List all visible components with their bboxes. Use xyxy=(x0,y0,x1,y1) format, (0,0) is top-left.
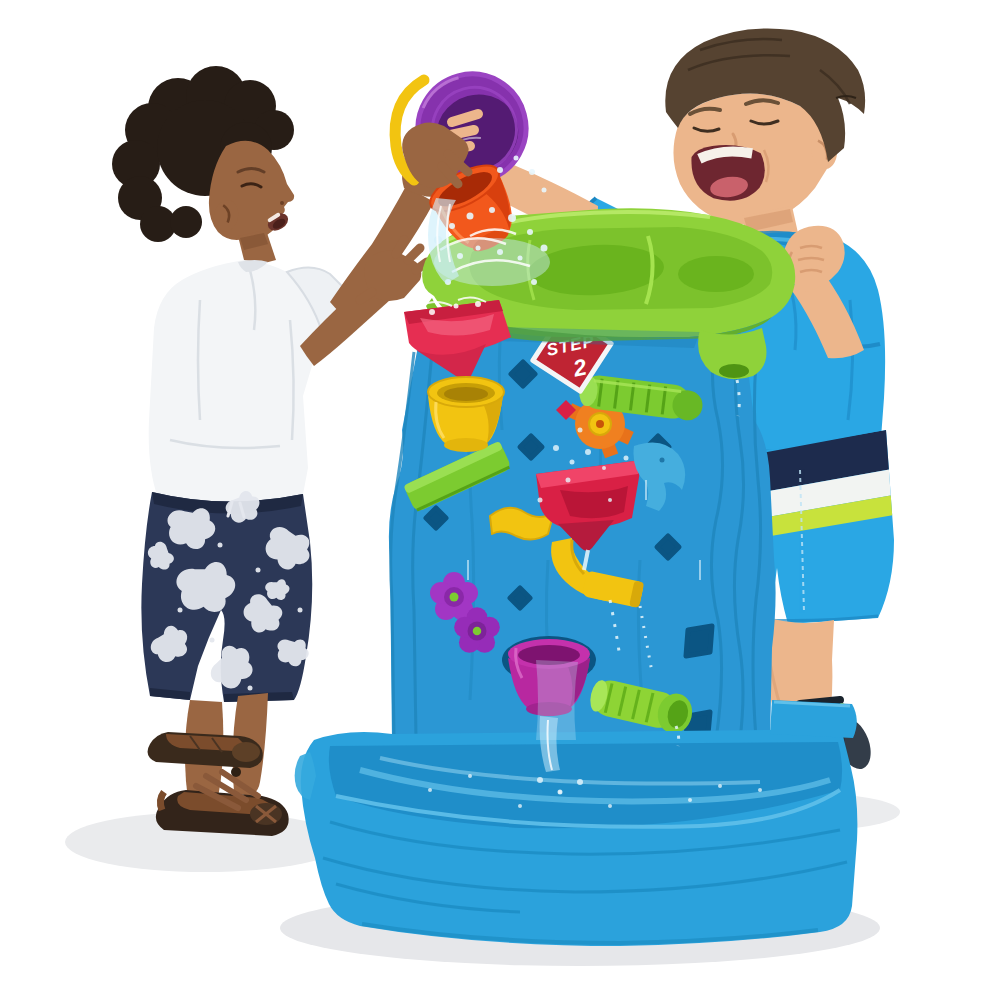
brown-sandal-front xyxy=(156,767,289,836)
brown-sandal-rear xyxy=(148,732,263,768)
product-photo: STEP 2 xyxy=(0,0,1000,1000)
floral-swim-shorts xyxy=(141,488,318,702)
left-child-face xyxy=(209,141,294,240)
photo-canvas: STEP 2 xyxy=(0,0,1000,1000)
white-t-shirt xyxy=(149,260,354,517)
water-basin-base xyxy=(295,700,858,946)
